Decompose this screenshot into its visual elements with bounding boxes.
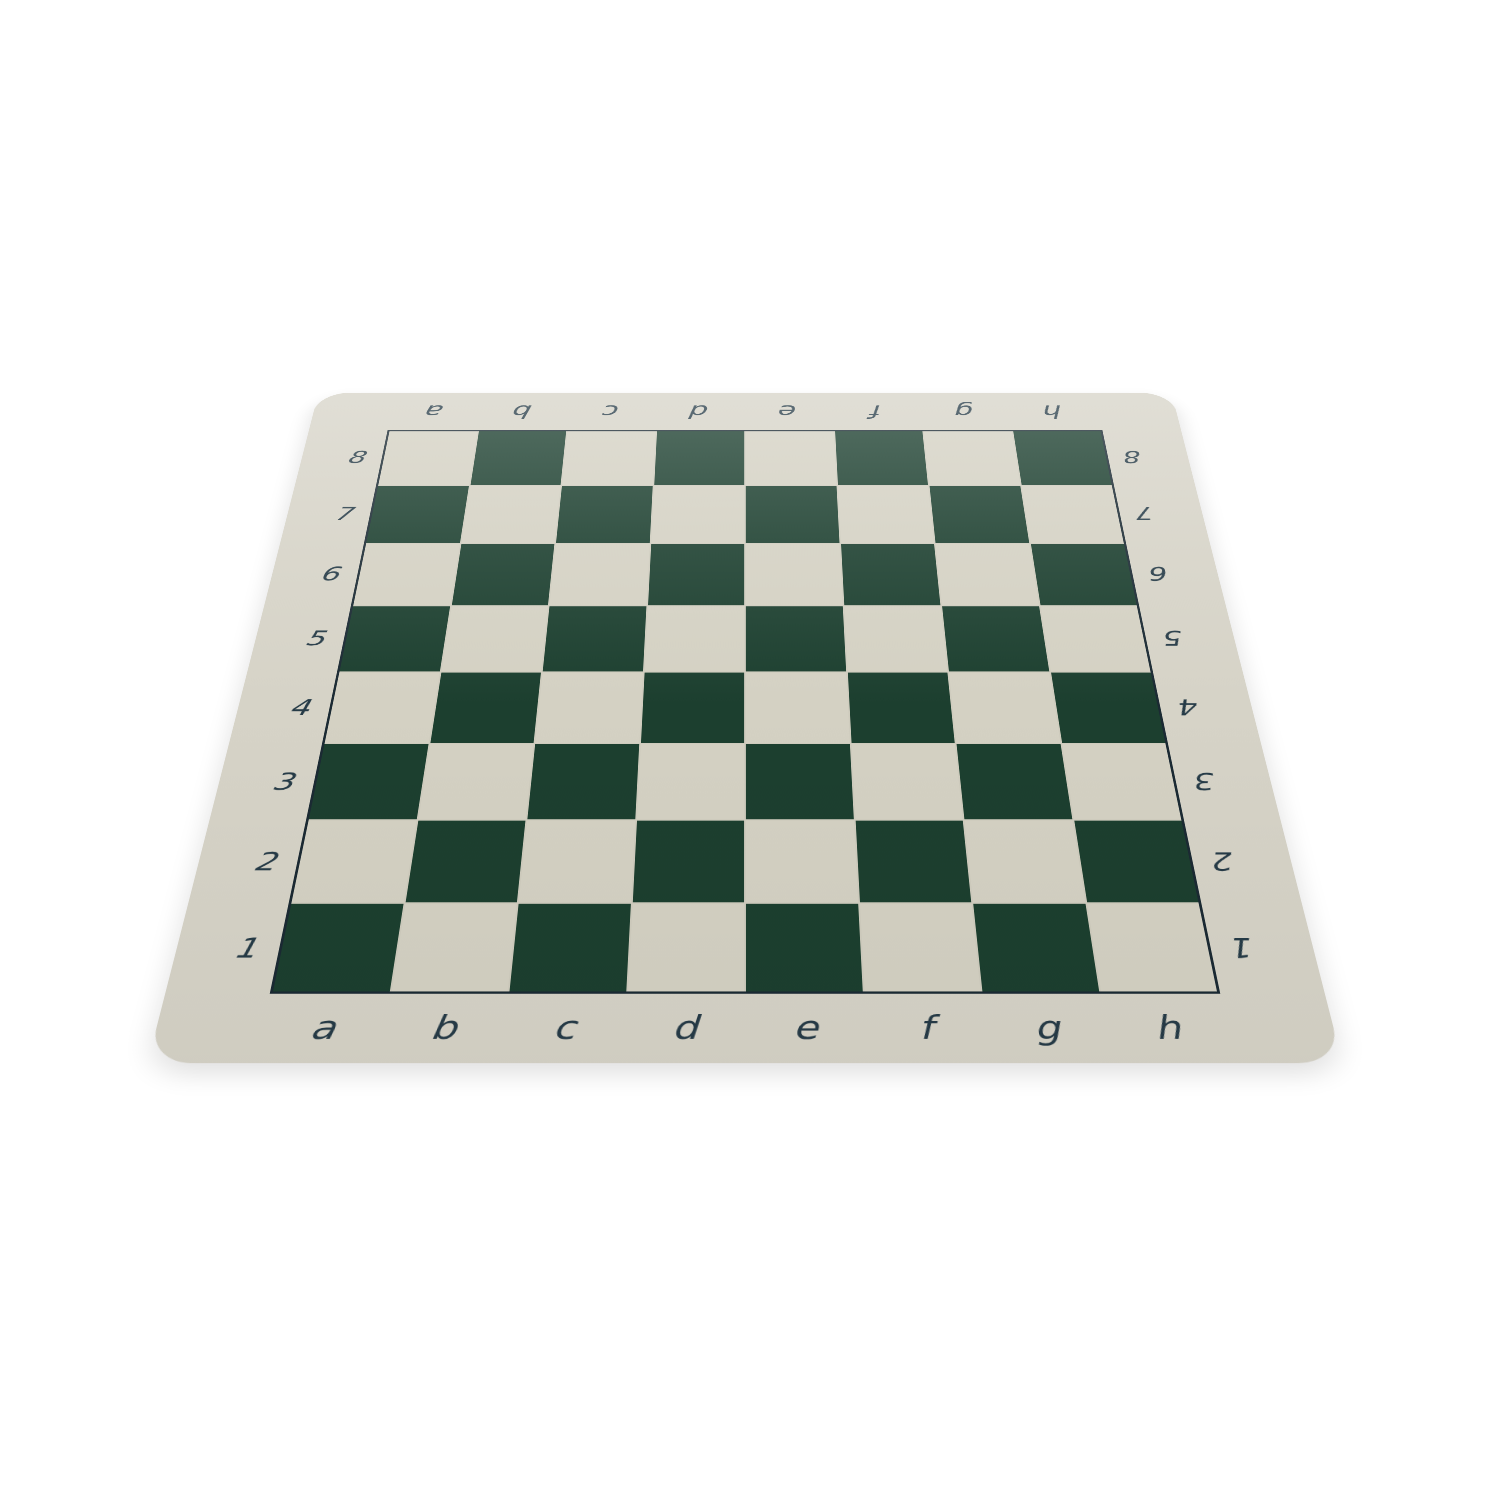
square-d5: [644, 606, 744, 671]
square-h1: [1087, 903, 1217, 991]
square-a4: [325, 673, 440, 743]
coordinate-label: e: [745, 994, 867, 1064]
square-b6: [451, 544, 554, 605]
square-b5: [441, 606, 548, 671]
square-e1: [746, 903, 862, 991]
square-g8: [924, 431, 1020, 485]
coordinate-label: f: [832, 393, 923, 430]
square-h8: [1013, 431, 1112, 485]
square-f4: [847, 673, 954, 743]
square-c4: [535, 673, 642, 743]
square-f1: [860, 903, 981, 991]
square-f5: [844, 606, 947, 671]
coordinate-label: 3: [1168, 744, 1281, 821]
square-d4: [641, 673, 745, 743]
square-e3: [746, 744, 854, 819]
coordinate-label: h: [1101, 994, 1234, 1064]
coordinate-label: 4: [229, 672, 337, 744]
square-e7: [746, 486, 839, 543]
square-h7: [1021, 486, 1123, 543]
coordinate-label: 2: [188, 821, 306, 904]
coordinate-label: g: [920, 393, 1013, 430]
square-c8: [562, 431, 655, 485]
square-g4: [949, 673, 1060, 743]
coordinate-label: a: [255, 994, 388, 1064]
coordinate-label: 8: [1102, 430, 1195, 485]
coordinate-label: 1: [165, 904, 288, 994]
chess-board-mat: abcdefgh 87654321 87654321 abcdefgh: [147, 393, 1342, 1063]
square-f7: [838, 486, 934, 543]
coordinate-label: f: [864, 994, 990, 1064]
square-h4: [1051, 673, 1166, 743]
square-c1: [509, 903, 630, 991]
square-a1: [273, 903, 403, 991]
square-a8: [378, 431, 477, 485]
square-f2: [855, 821, 971, 902]
coordinate-label: g: [983, 994, 1113, 1064]
square-e4: [746, 673, 850, 743]
square-b8: [470, 431, 566, 485]
coordinate-label: 4: [1153, 672, 1261, 744]
square-b3: [418, 744, 533, 819]
coordinate-label: 1: [1201, 904, 1324, 994]
square-g1: [973, 903, 1099, 991]
square-c5: [543, 606, 646, 671]
square-c6: [550, 544, 650, 605]
coordinate-label: 8: [295, 430, 388, 485]
square-d1: [628, 903, 744, 991]
square-b7: [461, 486, 560, 543]
square-f6: [841, 544, 941, 605]
coordinate-label: 7: [280, 485, 376, 543]
file-labels-top: abcdefgh: [388, 393, 1103, 430]
coordinate-label: 5: [1139, 605, 1243, 672]
square-d6: [648, 544, 745, 605]
photo-background: abcdefgh 87654321 87654321 abcdefgh: [0, 0, 1500, 1500]
square-e5: [746, 606, 846, 671]
square-b1: [391, 903, 517, 991]
coordinate-label: e: [745, 393, 834, 430]
square-a2: [292, 821, 416, 902]
coordinate-label: 3: [209, 744, 322, 821]
square-c7: [556, 486, 652, 543]
coordinate-label: c: [500, 994, 626, 1064]
file-labels-bottom: abcdefgh: [255, 994, 1235, 1064]
square-f3: [851, 744, 962, 819]
square-d8: [654, 431, 744, 485]
square-e8: [746, 431, 836, 485]
coordinate-label: d: [623, 994, 745, 1064]
square-d7: [651, 486, 744, 543]
square-b4: [430, 673, 541, 743]
square-a6: [353, 544, 459, 605]
square-c2: [519, 821, 635, 902]
coordinate-label: 7: [1114, 485, 1210, 543]
board-grid: [270, 430, 1221, 994]
square-a5: [340, 606, 450, 671]
square-h5: [1040, 606, 1150, 671]
coordinate-label: b: [477, 393, 570, 430]
coordinate-label: c: [566, 393, 657, 430]
coordinate-label: 6: [1126, 543, 1226, 605]
square-a3: [309, 744, 428, 819]
square-f8: [835, 431, 928, 485]
square-h2: [1074, 821, 1198, 902]
square-g7: [930, 486, 1029, 543]
coordinate-label: d: [656, 393, 745, 430]
square-e2: [746, 821, 858, 902]
square-a7: [366, 486, 468, 543]
coordinate-label: 6: [264, 543, 364, 605]
square-h6: [1031, 544, 1137, 605]
coordinate-label: h: [1007, 393, 1102, 430]
square-g3: [957, 744, 1072, 819]
square-h3: [1062, 744, 1181, 819]
coordinate-label: b: [378, 994, 508, 1064]
coordinate-label: a: [388, 393, 483, 430]
square-g2: [965, 821, 1085, 902]
coordinate-label: 2: [1184, 821, 1302, 904]
square-g6: [936, 544, 1039, 605]
square-d3: [637, 744, 745, 819]
square-b2: [405, 821, 525, 902]
square-d2: [632, 821, 744, 902]
square-g5: [942, 606, 1049, 671]
square-e6: [746, 544, 843, 605]
square-c3: [527, 744, 638, 819]
coordinate-label: 5: [247, 605, 351, 672]
